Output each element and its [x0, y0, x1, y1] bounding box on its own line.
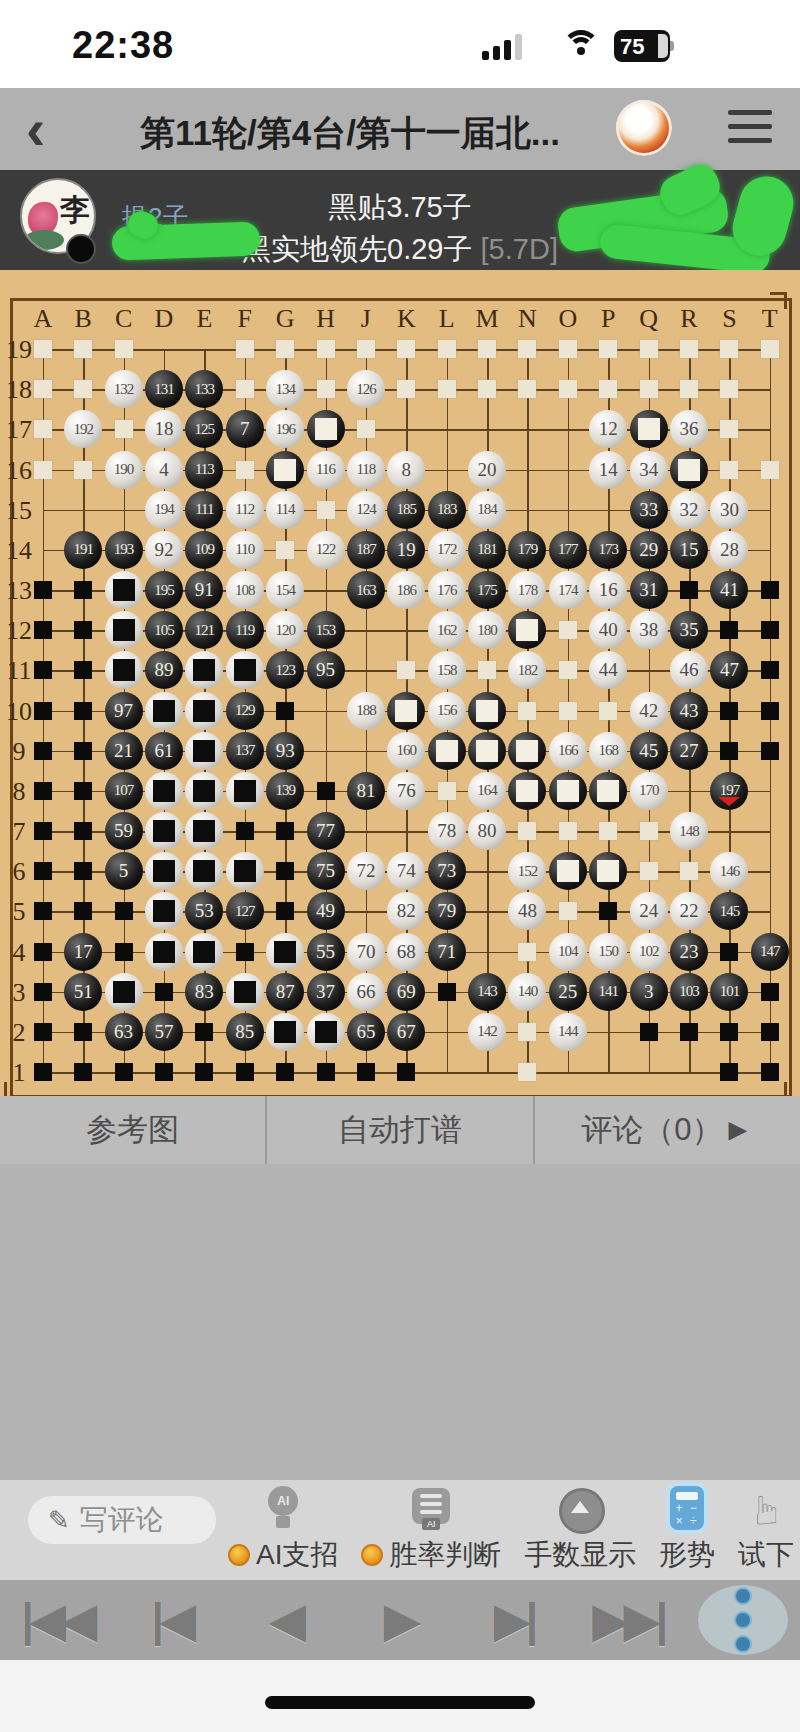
board-point[interactable] [104, 570, 144, 610]
board-point[interactable] [750, 1052, 790, 1092]
board-point[interactable]: 104 [548, 932, 588, 972]
board-point[interactable] [750, 450, 790, 490]
board-point[interactable]: 49 [306, 891, 346, 931]
board-point[interactable] [184, 811, 224, 851]
board-point[interactable]: 31 [629, 570, 669, 610]
board-point[interactable]: 141 [588, 972, 628, 1012]
board-point[interactable]: 70 [346, 932, 386, 972]
board-point[interactable] [225, 771, 265, 811]
board-point[interactable]: 17 [63, 932, 103, 972]
board-point[interactable]: 148 [669, 811, 709, 851]
board-point[interactable] [386, 691, 426, 731]
board-point[interactable] [63, 691, 103, 731]
board-point[interactable]: 59 [104, 811, 144, 851]
board-point[interactable] [427, 731, 467, 771]
board-point[interactable] [104, 891, 144, 931]
board-point[interactable]: 164 [467, 771, 507, 811]
board-point[interactable]: 176 [427, 570, 467, 610]
board-point[interactable] [629, 329, 669, 369]
board-point[interactable] [750, 329, 790, 369]
board-point[interactable]: 77 [306, 811, 346, 851]
board-point[interactable] [709, 329, 749, 369]
board-point[interactable] [23, 771, 63, 811]
board-point[interactable]: 82 [386, 891, 426, 931]
board-point[interactable]: 8 [386, 450, 426, 490]
board-point[interactable] [63, 731, 103, 771]
board-point[interactable]: 173 [588, 530, 628, 570]
board-point[interactable] [467, 369, 507, 409]
board-point[interactable] [669, 1012, 709, 1052]
board-point[interactable] [507, 731, 547, 771]
board-point[interactable] [750, 691, 790, 731]
board-point[interactable]: 146 [709, 851, 749, 891]
board-point[interactable] [104, 329, 144, 369]
board-point[interactable] [144, 972, 184, 1012]
board-point[interactable] [507, 610, 547, 650]
board-point[interactable]: 109 [184, 530, 224, 570]
board-point[interactable] [669, 369, 709, 409]
board-point[interactable]: 28 [709, 530, 749, 570]
board-point[interactable]: 133 [184, 369, 224, 409]
board-point[interactable] [23, 570, 63, 610]
board-point[interactable]: 87 [265, 972, 305, 1012]
board-point[interactable]: 101 [709, 972, 749, 1012]
board-point[interactable] [144, 691, 184, 731]
board-point[interactable]: 68 [386, 932, 426, 972]
board-point[interactable] [225, 329, 265, 369]
board-point[interactable] [144, 851, 184, 891]
board-point[interactable] [225, 650, 265, 690]
board-point[interactable]: 132 [104, 369, 144, 409]
board-point[interactable]: 53 [184, 891, 224, 931]
board-point[interactable] [588, 771, 628, 811]
board-point[interactable] [63, 771, 103, 811]
board-point[interactable] [709, 409, 749, 449]
tab-comments[interactable]: 评论（0）► [533, 1096, 800, 1164]
board-point[interactable] [144, 811, 184, 851]
board-point[interactable] [548, 891, 588, 931]
board-point[interactable] [144, 932, 184, 972]
board-point[interactable]: 137 [225, 731, 265, 771]
board-point[interactable]: 134 [265, 369, 305, 409]
board-point[interactable]: 33 [629, 490, 669, 530]
board-point[interactable] [709, 1012, 749, 1052]
tool-territory[interactable]: + −× ÷形势 [659, 1480, 715, 1580]
board-point[interactable]: 78 [427, 811, 467, 851]
board-point[interactable]: 63 [104, 1012, 144, 1052]
board-point[interactable]: 179 [507, 530, 547, 570]
write-comment-input[interactable]: ✎ 写评论 [28, 1496, 216, 1544]
nav-jump-to-end-button[interactable]: ▶▶| [584, 1593, 674, 1647]
board-point[interactable] [184, 731, 224, 771]
board-point[interactable]: 127 [225, 891, 265, 931]
board-point[interactable]: 24 [629, 891, 669, 931]
board-point[interactable]: 85 [225, 1012, 265, 1052]
board-point[interactable]: 140 [507, 972, 547, 1012]
board-point[interactable]: 122 [306, 530, 346, 570]
board-point[interactable]: 46 [669, 650, 709, 690]
board-point[interactable]: 105 [144, 610, 184, 650]
board-point[interactable]: 196 [265, 409, 305, 449]
board-point[interactable] [184, 691, 224, 731]
board-point[interactable]: 48 [507, 891, 547, 931]
board-point[interactable] [507, 811, 547, 851]
board-point[interactable] [306, 1012, 346, 1052]
board-point[interactable] [346, 409, 386, 449]
board-point[interactable] [669, 851, 709, 891]
board-point[interactable]: 32 [669, 490, 709, 530]
board-point[interactable]: 175 [467, 570, 507, 610]
board-point[interactable] [184, 1012, 224, 1052]
board-point[interactable]: 125 [184, 409, 224, 449]
board-point[interactable]: 177 [548, 530, 588, 570]
board-point[interactable] [144, 771, 184, 811]
board-point[interactable] [23, 932, 63, 972]
board-point[interactable]: 69 [386, 972, 426, 1012]
home-indicator[interactable] [265, 1696, 535, 1709]
board-point[interactable] [23, 1012, 63, 1052]
board-point[interactable] [427, 771, 467, 811]
board-point[interactable] [265, 891, 305, 931]
board-point[interactable]: 79 [427, 891, 467, 931]
board-point[interactable]: 188 [346, 691, 386, 731]
board-point[interactable]: 142 [467, 1012, 507, 1052]
nav-forward-10-button[interactable]: ▶| [469, 1593, 559, 1647]
board-point[interactable] [23, 610, 63, 650]
board-point[interactable] [709, 932, 749, 972]
board-point[interactable]: 162 [427, 610, 467, 650]
nav-jump-to-start-button[interactable]: |◀◀ [12, 1593, 102, 1647]
board-point[interactable]: 184 [467, 490, 507, 530]
board-point[interactable] [144, 891, 184, 931]
board-point[interactable] [184, 932, 224, 972]
board-point[interactable]: 95 [306, 650, 346, 690]
board-point[interactable]: 153 [306, 610, 346, 650]
board-point[interactable] [750, 1012, 790, 1052]
board-point[interactable] [548, 329, 588, 369]
board-point[interactable]: 194 [144, 490, 184, 530]
board-point[interactable] [467, 731, 507, 771]
board-point[interactable] [265, 1012, 305, 1052]
board-point[interactable]: 67 [386, 1012, 426, 1052]
board-point[interactable] [709, 691, 749, 731]
board-point[interactable] [467, 329, 507, 369]
board-point[interactable]: 144 [548, 1012, 588, 1052]
board-point[interactable]: 47 [709, 650, 749, 690]
board-point[interactable] [467, 691, 507, 731]
board-point[interactable]: 38 [629, 610, 669, 650]
board-point[interactable]: 16 [588, 570, 628, 610]
board-point[interactable]: 172 [427, 530, 467, 570]
board-point[interactable] [104, 650, 144, 690]
board-point[interactable]: 181 [467, 530, 507, 570]
board-point[interactable]: 190 [104, 450, 144, 490]
board-point[interactable] [588, 811, 628, 851]
board-point[interactable]: 57 [144, 1012, 184, 1052]
board-point[interactable] [225, 369, 265, 409]
board-point[interactable]: 81 [346, 771, 386, 811]
board-point[interactable] [23, 731, 63, 771]
board-point[interactable]: 108 [225, 570, 265, 610]
board-point[interactable]: 154 [265, 570, 305, 610]
board-point[interactable] [265, 691, 305, 731]
board-point[interactable] [548, 851, 588, 891]
board-point[interactable]: 166 [548, 731, 588, 771]
board-point[interactable] [588, 891, 628, 931]
board-point[interactable]: 119 [225, 610, 265, 650]
board-point[interactable] [507, 329, 547, 369]
board-point[interactable]: 139 [265, 771, 305, 811]
board-point[interactable]: 80 [467, 811, 507, 851]
board-point[interactable] [629, 369, 669, 409]
board-point[interactable] [386, 1052, 426, 1092]
board-point[interactable]: 182 [507, 650, 547, 690]
board-point[interactable] [63, 570, 103, 610]
board-point[interactable] [709, 450, 749, 490]
board-point[interactable] [23, 369, 63, 409]
board-point[interactable] [63, 1052, 103, 1092]
board-point[interactable] [669, 450, 709, 490]
board-point[interactable] [306, 771, 346, 811]
board-point[interactable] [306, 1052, 346, 1092]
tool-win-rate[interactable]: AI胜率判断 [361, 1480, 501, 1580]
board-point[interactable] [709, 369, 749, 409]
board-point[interactable] [669, 329, 709, 369]
board-point[interactable] [548, 771, 588, 811]
board-point[interactable] [23, 1052, 63, 1092]
board-point[interactable]: 37 [306, 972, 346, 1012]
nav-back-10-button[interactable]: |◀ [126, 1593, 216, 1647]
board-point[interactable] [23, 811, 63, 851]
board-point[interactable] [23, 891, 63, 931]
board-point[interactable] [104, 409, 144, 449]
board-point[interactable] [427, 972, 467, 1012]
board-point[interactable]: 126 [346, 369, 386, 409]
board-point[interactable] [23, 329, 63, 369]
board-point[interactable]: 97 [104, 691, 144, 731]
board-point[interactable] [23, 409, 63, 449]
board-point[interactable]: 103 [669, 972, 709, 1012]
nav-forward-1-button[interactable]: ▶ [355, 1593, 445, 1647]
board-point[interactable] [507, 932, 547, 972]
board-point[interactable]: 114 [265, 490, 305, 530]
board-point[interactable]: 178 [507, 570, 547, 610]
board-point[interactable]: 14 [588, 450, 628, 490]
board-point[interactable]: 129 [225, 691, 265, 731]
board-point[interactable]: 20 [467, 450, 507, 490]
board-point[interactable] [507, 369, 547, 409]
board-point[interactable] [548, 650, 588, 690]
board-point[interactable]: 74 [386, 851, 426, 891]
board-point[interactable]: 40 [588, 610, 628, 650]
board-point[interactable]: 65 [346, 1012, 386, 1052]
board-point[interactable]: 118 [346, 450, 386, 490]
board-point[interactable]: 71 [427, 932, 467, 972]
board-point[interactable]: 187 [346, 530, 386, 570]
board-point[interactable] [709, 1052, 749, 1092]
board-point[interactable]: 73 [427, 851, 467, 891]
board-point[interactable] [63, 450, 103, 490]
board-point[interactable] [104, 610, 144, 650]
board-point[interactable]: 43 [669, 691, 709, 731]
board-point[interactable] [63, 610, 103, 650]
board-point[interactable]: 19 [386, 530, 426, 570]
board-point[interactable] [265, 811, 305, 851]
board-point[interactable]: 45 [629, 731, 669, 771]
board-point[interactable] [265, 530, 305, 570]
board-point[interactable]: 34 [629, 450, 669, 490]
board-point[interactable] [588, 691, 628, 731]
board-point[interactable] [225, 851, 265, 891]
board-point[interactable]: 12 [588, 409, 628, 449]
board-point[interactable] [588, 329, 628, 369]
board-point[interactable] [63, 851, 103, 891]
board-point[interactable]: 113 [184, 450, 224, 490]
board-point[interactable]: 91 [184, 570, 224, 610]
board-point[interactable] [63, 329, 103, 369]
board-point[interactable]: 22 [669, 891, 709, 931]
board-point[interactable]: 192 [63, 409, 103, 449]
board-point[interactable]: 18 [144, 409, 184, 449]
board-point[interactable] [225, 450, 265, 490]
board-point[interactable] [507, 771, 547, 811]
board-point[interactable]: 121 [184, 610, 224, 650]
board-point[interactable]: 76 [386, 771, 426, 811]
board-point[interactable] [63, 650, 103, 690]
board-point[interactable] [63, 891, 103, 931]
board-point[interactable] [386, 329, 426, 369]
board-point[interactable]: 123 [265, 650, 305, 690]
board-point[interactable]: 51 [63, 972, 103, 1012]
board-point[interactable]: 120 [265, 610, 305, 650]
board-point[interactable] [629, 1012, 669, 1052]
board-point[interactable] [225, 932, 265, 972]
board-point[interactable]: 55 [306, 932, 346, 972]
board-point[interactable]: 160 [386, 731, 426, 771]
tab-auto-replay[interactable]: 自动打谱 [265, 1096, 532, 1164]
board-point[interactable]: 44 [588, 650, 628, 690]
board-point[interactable] [750, 650, 790, 690]
board-point[interactable] [507, 1012, 547, 1052]
board-point[interactable] [750, 610, 790, 650]
board-point[interactable]: 111 [184, 490, 224, 530]
board-point[interactable] [104, 1052, 144, 1092]
board-point[interactable]: 66 [346, 972, 386, 1012]
board-point[interactable] [427, 329, 467, 369]
board-point[interactable]: 158 [427, 650, 467, 690]
board-point[interactable] [63, 369, 103, 409]
board-point[interactable]: 168 [588, 731, 628, 771]
board-point[interactable]: 29 [629, 530, 669, 570]
board-point[interactable] [265, 450, 305, 490]
board-point[interactable] [23, 691, 63, 731]
nav-more-button[interactable] [698, 1585, 788, 1655]
board-point[interactable]: 147 [750, 932, 790, 972]
board-point[interactable]: 23 [669, 932, 709, 972]
board-point[interactable]: 61 [144, 731, 184, 771]
board-point[interactable] [346, 1052, 386, 1092]
board-point[interactable]: 152 [507, 851, 547, 891]
board-point[interactable]: 21 [104, 731, 144, 771]
board-point[interactable]: 27 [669, 731, 709, 771]
board-point[interactable]: 30 [709, 490, 749, 530]
board-point[interactable] [265, 1052, 305, 1092]
board-point[interactable] [629, 811, 669, 851]
board-point[interactable] [548, 610, 588, 650]
board-point[interactable]: 89 [144, 650, 184, 690]
board-point[interactable] [225, 1052, 265, 1092]
board-point[interactable] [265, 932, 305, 972]
tool-try-move[interactable]: ☞试下 [738, 1480, 794, 1580]
board-point[interactable] [23, 972, 63, 1012]
nav-back-1-button[interactable]: ◀ [241, 1593, 331, 1647]
board-point[interactable] [386, 650, 426, 690]
board-point[interactable]: 186 [386, 570, 426, 610]
board-point[interactable]: 193 [104, 530, 144, 570]
board-point[interactable]: 180 [467, 610, 507, 650]
hamburger-menu-button[interactable] [728, 110, 772, 146]
board-point[interactable] [750, 972, 790, 1012]
board-point[interactable]: 5 [104, 851, 144, 891]
board-point[interactable] [306, 490, 346, 530]
board-point[interactable]: 174 [548, 570, 588, 610]
board-point[interactable]: 150 [588, 932, 628, 972]
board-point[interactable] [144, 1052, 184, 1092]
board-point[interactable] [709, 610, 749, 650]
board-point[interactable]: 35 [669, 610, 709, 650]
board-point[interactable]: 197 [709, 771, 749, 811]
board-point[interactable] [184, 650, 224, 690]
board-point[interactable] [265, 329, 305, 369]
board-point[interactable] [184, 771, 224, 811]
board-point[interactable]: 183 [427, 490, 467, 530]
board-point[interactable] [588, 369, 628, 409]
board-point[interactable] [63, 811, 103, 851]
board-point[interactable] [750, 570, 790, 610]
board-point[interactable]: 93 [265, 731, 305, 771]
board-point[interactable] [23, 650, 63, 690]
board-point[interactable]: 156 [427, 691, 467, 731]
board-point[interactable] [507, 1052, 547, 1092]
board-point[interactable]: 110 [225, 530, 265, 570]
board-point[interactable]: 143 [467, 972, 507, 1012]
board-point[interactable]: 42 [629, 691, 669, 731]
board-point[interactable] [548, 369, 588, 409]
back-button[interactable]: ‹ [26, 94, 45, 164]
board-point[interactable]: 92 [144, 530, 184, 570]
board-point[interactable] [588, 851, 628, 891]
board-point[interactable] [386, 369, 426, 409]
tool-ai-hint[interactable]: AIAI支招 [228, 1480, 338, 1580]
board-point[interactable] [669, 570, 709, 610]
board-point[interactable]: 163 [346, 570, 386, 610]
board-point[interactable]: 191 [63, 530, 103, 570]
board-point[interactable] [548, 691, 588, 731]
board-point[interactable]: 41 [709, 570, 749, 610]
board-point[interactable]: 83 [184, 972, 224, 1012]
board-point[interactable]: 124 [346, 490, 386, 530]
board-point[interactable]: 185 [386, 490, 426, 530]
board-point[interactable] [265, 851, 305, 891]
board-point[interactable]: 131 [144, 369, 184, 409]
board-point[interactable]: 145 [709, 891, 749, 931]
board-point[interactable] [23, 450, 63, 490]
board-point[interactable] [507, 691, 547, 731]
board-point[interactable]: 195 [144, 570, 184, 610]
board-point[interactable] [467, 650, 507, 690]
board-point[interactable] [629, 851, 669, 891]
board-point[interactable]: 25 [548, 972, 588, 1012]
